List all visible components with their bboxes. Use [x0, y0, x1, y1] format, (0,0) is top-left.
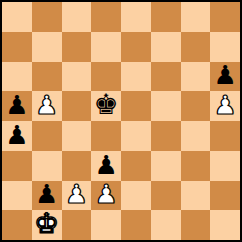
square-a3[interactable]: [2, 151, 32, 181]
square-d2[interactable]: ♟: [91, 181, 121, 211]
square-a8[interactable]: [2, 2, 32, 32]
square-h8[interactable]: [210, 2, 240, 32]
square-g4[interactable]: [181, 121, 211, 151]
square-d4[interactable]: [91, 121, 121, 151]
square-f7[interactable]: [151, 32, 181, 62]
square-d8[interactable]: [91, 2, 121, 32]
square-f2[interactable]: [151, 181, 181, 211]
square-c7[interactable]: [62, 32, 92, 62]
square-e2[interactable]: [121, 181, 151, 211]
square-b1[interactable]: ♚: [32, 210, 62, 240]
white-pawn: ♟: [213, 92, 236, 118]
square-b4[interactable]: [32, 121, 62, 151]
square-h4[interactable]: [210, 121, 240, 151]
square-d5[interactable]: ♚: [91, 91, 121, 121]
square-g5[interactable]: [181, 91, 211, 121]
square-a6[interactable]: [2, 62, 32, 92]
square-c6[interactable]: [62, 62, 92, 92]
white-pawn: ♟: [65, 181, 88, 207]
square-h3[interactable]: [210, 151, 240, 181]
square-g7[interactable]: [181, 32, 211, 62]
square-e7[interactable]: [121, 32, 151, 62]
square-a1[interactable]: [2, 210, 32, 240]
chess-board: ♟♟♟♚♟♟♟♟♟♟♚: [0, 0, 242, 242]
square-c5[interactable]: [62, 91, 92, 121]
white-king: ♚: [34, 210, 59, 238]
square-b5[interactable]: ♟: [32, 91, 62, 121]
square-e1[interactable]: [121, 210, 151, 240]
square-b7[interactable]: [32, 32, 62, 62]
black-pawn: ♟: [5, 122, 28, 148]
square-c2[interactable]: ♟: [62, 181, 92, 211]
square-f5[interactable]: [151, 91, 181, 121]
square-h6[interactable]: ♟: [210, 62, 240, 92]
square-h7[interactable]: [210, 32, 240, 62]
square-f8[interactable]: [151, 2, 181, 32]
square-b2[interactable]: ♟: [32, 181, 62, 211]
square-f6[interactable]: [151, 62, 181, 92]
square-e6[interactable]: [121, 62, 151, 92]
square-g2[interactable]: [181, 181, 211, 211]
square-g3[interactable]: [181, 151, 211, 181]
square-c1[interactable]: [62, 210, 92, 240]
square-e8[interactable]: [121, 2, 151, 32]
black-pawn: ♟: [94, 152, 117, 178]
white-pawn: ♟: [35, 92, 58, 118]
square-a7[interactable]: [2, 32, 32, 62]
black-pawn: ♟: [213, 62, 236, 88]
square-g8[interactable]: [181, 2, 211, 32]
square-d1[interactable]: [91, 210, 121, 240]
square-d3[interactable]: ♟: [91, 151, 121, 181]
square-c8[interactable]: [62, 2, 92, 32]
square-b6[interactable]: [32, 62, 62, 92]
square-f3[interactable]: [151, 151, 181, 181]
white-pawn: ♟: [94, 181, 117, 207]
black-king: ♚: [94, 91, 119, 119]
square-b8[interactable]: [32, 2, 62, 32]
square-c4[interactable]: [62, 121, 92, 151]
square-a4[interactable]: ♟: [2, 121, 32, 151]
square-e5[interactable]: [121, 91, 151, 121]
square-g1[interactable]: [181, 210, 211, 240]
square-e3[interactable]: [121, 151, 151, 181]
black-pawn: ♟: [35, 181, 58, 207]
black-pawn: ♟: [5, 92, 28, 118]
square-b3[interactable]: [32, 151, 62, 181]
square-h1[interactable]: [210, 210, 240, 240]
square-h5[interactable]: ♟: [210, 91, 240, 121]
square-f1[interactable]: [151, 210, 181, 240]
square-a2[interactable]: [2, 181, 32, 211]
chess-diagram: ♟♟♟♚♟♟♟♟♟♟♚: [0, 0, 242, 242]
square-d6[interactable]: [91, 62, 121, 92]
square-e4[interactable]: [121, 121, 151, 151]
square-g6[interactable]: [181, 62, 211, 92]
square-d7[interactable]: [91, 32, 121, 62]
square-a5[interactable]: ♟: [2, 91, 32, 121]
square-h2[interactable]: [210, 181, 240, 211]
square-c3[interactable]: [62, 151, 92, 181]
square-f4[interactable]: [151, 121, 181, 151]
